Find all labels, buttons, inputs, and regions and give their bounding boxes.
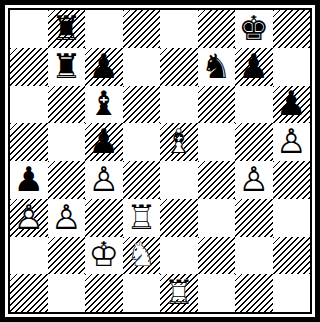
pawn-icon: ♙ <box>276 124 306 158</box>
square-d5[interactable] <box>123 123 161 161</box>
pawn-icon: ♙ <box>51 199 81 233</box>
square-e2[interactable] <box>160 237 198 275</box>
pawn-icon: ♙ <box>14 199 44 233</box>
king-icon: ♔ <box>89 237 119 271</box>
piece-white-pawn: ♟♙ <box>10 199 48 237</box>
piece-black-pawn: ♟ <box>85 48 123 86</box>
chess-board: ♜♚♜♟♞♟♝♟♟♝♗♟♙♟♟♙♟♙♟♙♟♙♜♖♚♔♞♘♜♖ <box>8 8 312 314</box>
square-h5[interactable]: ♟♙ <box>273 123 311 161</box>
piece-white-rook: ♜♖ <box>123 199 161 237</box>
square-e7[interactable] <box>160 48 198 86</box>
square-c1[interactable] <box>85 274 123 312</box>
square-c4[interactable]: ♟♙ <box>85 161 123 199</box>
square-h6[interactable]: ♟ <box>273 86 311 124</box>
square-g7[interactable]: ♟ <box>235 48 273 86</box>
square-b4[interactable] <box>48 161 86 199</box>
rook-icon: ♖ <box>164 275 194 309</box>
square-h4[interactable] <box>273 161 311 199</box>
square-d1[interactable] <box>123 274 161 312</box>
square-f7[interactable]: ♞ <box>198 48 236 86</box>
piece-black-rook: ♜ <box>48 10 86 48</box>
chess-diagram-frame: ♜♚♜♟♞♟♝♟♟♝♗♟♙♟♟♙♟♙♟♙♟♙♜♖♚♔♞♘♜♖ <box>0 0 320 322</box>
square-h8[interactable] <box>273 10 311 48</box>
square-g2[interactable] <box>235 237 273 275</box>
square-c2[interactable]: ♚♔ <box>85 237 123 275</box>
square-b2[interactable] <box>48 237 86 275</box>
square-e1[interactable]: ♜♖ <box>160 274 198 312</box>
square-f2[interactable] <box>198 237 236 275</box>
frame-inner-gap: ♜♚♜♟♞♟♝♟♟♝♗♟♙♟♟♙♟♙♟♙♟♙♜♖♚♔♞♘♜♖ <box>5 5 315 317</box>
square-e3[interactable] <box>160 199 198 237</box>
bishop-icon: ♝ <box>89 86 119 120</box>
square-e4[interactable] <box>160 161 198 199</box>
pawn-icon: ♟ <box>89 124 119 158</box>
piece-black-pawn: ♟ <box>273 86 311 124</box>
square-e6[interactable] <box>160 86 198 124</box>
piece-black-knight: ♞ <box>198 48 236 86</box>
pawn-icon: ♟ <box>276 86 306 120</box>
piece-black-bishop: ♝ <box>85 86 123 124</box>
square-h2[interactable] <box>273 237 311 275</box>
square-b7[interactable]: ♜ <box>48 48 86 86</box>
square-c7[interactable]: ♟ <box>85 48 123 86</box>
square-d2[interactable]: ♞♘ <box>123 237 161 275</box>
square-d4[interactable] <box>123 161 161 199</box>
square-g8[interactable]: ♚ <box>235 10 273 48</box>
piece-black-pawn: ♟ <box>235 48 273 86</box>
square-a6[interactable] <box>10 86 48 124</box>
square-e5[interactable]: ♝♗ <box>160 123 198 161</box>
square-d7[interactable] <box>123 48 161 86</box>
piece-black-king: ♚ <box>235 10 273 48</box>
pawn-icon: ♟ <box>14 162 44 196</box>
pawn-icon: ♟ <box>89 48 119 82</box>
square-d8[interactable] <box>123 10 161 48</box>
piece-white-knight: ♞♘ <box>123 237 161 275</box>
square-g5[interactable] <box>235 123 273 161</box>
square-g4[interactable]: ♟♙ <box>235 161 273 199</box>
square-a4[interactable]: ♟ <box>10 161 48 199</box>
piece-black-pawn: ♟ <box>10 161 48 199</box>
square-f8[interactable] <box>198 10 236 48</box>
square-c6[interactable]: ♝ <box>85 86 123 124</box>
square-h3[interactable] <box>273 199 311 237</box>
square-f5[interactable] <box>198 123 236 161</box>
square-f4[interactable] <box>198 161 236 199</box>
piece-white-pawn: ♟♙ <box>273 123 311 161</box>
square-c5[interactable]: ♟ <box>85 123 123 161</box>
square-g1[interactable] <box>235 274 273 312</box>
square-c8[interactable] <box>85 10 123 48</box>
knight-icon: ♞ <box>201 48 231 82</box>
piece-white-rook: ♜♖ <box>160 274 198 312</box>
square-h1[interactable] <box>273 274 311 312</box>
square-c3[interactable] <box>85 199 123 237</box>
square-d3[interactable]: ♜♖ <box>123 199 161 237</box>
piece-white-bishop: ♝♗ <box>160 123 198 161</box>
square-f3[interactable] <box>198 199 236 237</box>
piece-white-pawn: ♟♙ <box>235 161 273 199</box>
square-a3[interactable]: ♟♙ <box>10 199 48 237</box>
square-b3[interactable]: ♟♙ <box>48 199 86 237</box>
square-a7[interactable] <box>10 48 48 86</box>
piece-white-pawn: ♟♙ <box>85 161 123 199</box>
piece-white-king: ♚♔ <box>85 237 123 275</box>
rook-icon: ♜ <box>51 48 81 82</box>
square-a2[interactable] <box>10 237 48 275</box>
square-g6[interactable] <box>235 86 273 124</box>
pawn-icon: ♙ <box>89 162 119 196</box>
square-b8[interactable]: ♜ <box>48 10 86 48</box>
square-a5[interactable] <box>10 123 48 161</box>
rook-icon: ♖ <box>126 199 156 233</box>
square-a1[interactable] <box>10 274 48 312</box>
knight-icon: ♘ <box>126 237 156 271</box>
bishop-icon: ♗ <box>164 124 194 158</box>
square-f6[interactable] <box>198 86 236 124</box>
square-b1[interactable] <box>48 274 86 312</box>
square-h7[interactable] <box>273 48 311 86</box>
piece-black-rook: ♜ <box>48 48 86 86</box>
rook-icon: ♜ <box>51 11 81 45</box>
square-g3[interactable] <box>235 199 273 237</box>
square-a8[interactable] <box>10 10 48 48</box>
square-d6[interactable] <box>123 86 161 124</box>
square-b6[interactable] <box>48 86 86 124</box>
piece-black-pawn: ♟ <box>85 123 123 161</box>
square-b5[interactable] <box>48 123 86 161</box>
pawn-icon: ♙ <box>239 162 269 196</box>
pawn-icon: ♟ <box>239 48 269 82</box>
square-f1[interactable] <box>198 274 236 312</box>
king-icon: ♚ <box>239 11 269 45</box>
square-e8[interactable] <box>160 10 198 48</box>
piece-white-pawn: ♟♙ <box>48 199 86 237</box>
